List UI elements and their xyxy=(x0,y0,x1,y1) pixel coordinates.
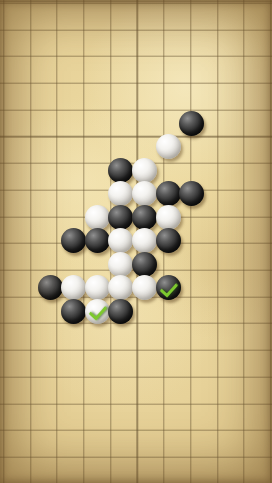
white-stone xyxy=(85,275,110,300)
black-stone xyxy=(132,205,157,230)
white-stone xyxy=(61,275,86,300)
black-stone xyxy=(61,228,86,253)
gomoku-board[interactable] xyxy=(0,0,272,483)
white-stone xyxy=(132,228,157,253)
white-stone xyxy=(156,205,181,230)
black-stone xyxy=(38,275,63,300)
white-stone xyxy=(132,181,157,206)
black-stone xyxy=(108,158,133,183)
white-stone xyxy=(108,181,133,206)
black-stone xyxy=(108,205,133,230)
white-stone xyxy=(156,134,181,159)
game-screen xyxy=(0,0,272,483)
black-stone xyxy=(156,228,181,253)
black-stone xyxy=(85,228,110,253)
black-stone xyxy=(132,252,157,277)
white-stone xyxy=(132,158,157,183)
white-stone xyxy=(108,252,133,277)
black-stone xyxy=(179,181,204,206)
white-stone xyxy=(132,275,157,300)
white-stone xyxy=(85,205,110,230)
black-stone xyxy=(108,299,133,324)
white-stone xyxy=(108,228,133,253)
white-stone xyxy=(108,275,133,300)
black-stone xyxy=(156,181,181,206)
black-stone xyxy=(179,111,204,136)
black-stone xyxy=(61,299,86,324)
stones-layer xyxy=(0,0,272,483)
